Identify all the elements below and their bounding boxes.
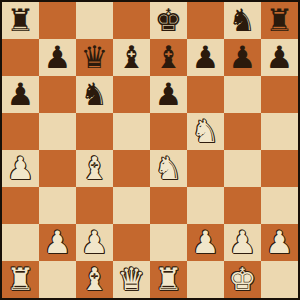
square-g1[interactable]: ♚ [224, 261, 261, 298]
black-knight: ♞ [81, 76, 109, 113]
square-c4[interactable]: ♝ [76, 150, 113, 187]
black-pawn: ♟ [192, 39, 220, 76]
black-queen: ♛ [81, 39, 109, 76]
square-h8[interactable]: ♜ [261, 2, 298, 39]
white-pawn: ♟ [81, 224, 109, 261]
black-knight: ♞ [229, 2, 257, 39]
square-c5[interactable] [76, 113, 113, 150]
square-d7[interactable]: ♝ [113, 39, 150, 76]
square-b2[interactable]: ♟ [39, 224, 76, 261]
white-queen: ♛ [118, 261, 146, 298]
white-pawn: ♟ [44, 224, 72, 261]
square-c2[interactable]: ♟ [76, 224, 113, 261]
square-d1[interactable]: ♛ [113, 261, 150, 298]
square-c8[interactable] [76, 2, 113, 39]
square-e2[interactable] [150, 224, 187, 261]
square-f8[interactable] [187, 2, 224, 39]
white-rook: ♜ [7, 261, 35, 298]
white-pawn: ♟ [229, 224, 257, 261]
square-c6[interactable]: ♞ [76, 76, 113, 113]
white-pawn: ♟ [7, 150, 35, 187]
square-f4[interactable] [187, 150, 224, 187]
square-h4[interactable] [261, 150, 298, 187]
white-pawn: ♟ [192, 224, 220, 261]
square-d5[interactable] [113, 113, 150, 150]
square-c1[interactable]: ♝ [76, 261, 113, 298]
black-rook: ♜ [266, 2, 294, 39]
square-b4[interactable] [39, 150, 76, 187]
square-b5[interactable] [39, 113, 76, 150]
square-a3[interactable] [2, 187, 39, 224]
square-g7[interactable]: ♟ [224, 39, 261, 76]
square-f5[interactable]: ♞ [187, 113, 224, 150]
black-pawn: ♟ [7, 76, 35, 113]
square-a7[interactable] [2, 39, 39, 76]
square-a4[interactable]: ♟ [2, 150, 39, 187]
white-bishop: ♝ [81, 150, 109, 187]
square-g8[interactable]: ♞ [224, 2, 261, 39]
square-e8[interactable]: ♚ [150, 2, 187, 39]
square-g2[interactable]: ♟ [224, 224, 261, 261]
square-h1[interactable] [261, 261, 298, 298]
square-a5[interactable] [2, 113, 39, 150]
black-bishop: ♝ [155, 39, 183, 76]
black-rook: ♜ [7, 2, 35, 39]
square-b1[interactable] [39, 261, 76, 298]
square-d4[interactable] [113, 150, 150, 187]
white-knight: ♞ [192, 113, 220, 150]
black-bishop: ♝ [118, 39, 146, 76]
square-f3[interactable] [187, 187, 224, 224]
square-a1[interactable]: ♜ [2, 261, 39, 298]
square-b6[interactable] [39, 76, 76, 113]
black-pawn: ♟ [266, 39, 294, 76]
square-a6[interactable]: ♟ [2, 76, 39, 113]
square-c3[interactable] [76, 187, 113, 224]
square-c7[interactable]: ♛ [76, 39, 113, 76]
square-b3[interactable] [39, 187, 76, 224]
square-e1[interactable]: ♜ [150, 261, 187, 298]
square-e6[interactable]: ♟ [150, 76, 187, 113]
square-h3[interactable] [261, 187, 298, 224]
square-e4[interactable]: ♞ [150, 150, 187, 187]
white-knight: ♞ [155, 150, 183, 187]
square-e3[interactable] [150, 187, 187, 224]
square-h2[interactable]: ♟ [261, 224, 298, 261]
square-g3[interactable] [224, 187, 261, 224]
square-f2[interactable]: ♟ [187, 224, 224, 261]
square-f7[interactable]: ♟ [187, 39, 224, 76]
square-a2[interactable] [2, 224, 39, 261]
black-pawn: ♟ [229, 39, 257, 76]
square-h5[interactable] [261, 113, 298, 150]
square-d8[interactable] [113, 2, 150, 39]
square-e7[interactable]: ♝ [150, 39, 187, 76]
white-bishop: ♝ [81, 261, 109, 298]
square-b7[interactable]: ♟ [39, 39, 76, 76]
white-pawn: ♟ [266, 224, 294, 261]
square-e5[interactable] [150, 113, 187, 150]
black-pawn: ♟ [44, 39, 72, 76]
square-f6[interactable] [187, 76, 224, 113]
square-a8[interactable]: ♜ [2, 2, 39, 39]
square-h6[interactable] [261, 76, 298, 113]
white-king: ♚ [229, 261, 257, 298]
square-g6[interactable] [224, 76, 261, 113]
black-pawn: ♟ [155, 76, 183, 113]
square-d6[interactable] [113, 76, 150, 113]
square-b8[interactable] [39, 2, 76, 39]
square-d3[interactable] [113, 187, 150, 224]
white-rook: ♜ [155, 261, 183, 298]
square-d2[interactable] [113, 224, 150, 261]
black-king: ♚ [155, 2, 183, 39]
chess-board: ♜♚♞♜♟♛♝♝♟♟♟♟♞♟♞♟♝♞♟♟♟♟♟♜♝♛♜♚ [0, 0, 300, 300]
square-g4[interactable] [224, 150, 261, 187]
square-h7[interactable]: ♟ [261, 39, 298, 76]
square-f1[interactable] [187, 261, 224, 298]
square-g5[interactable] [224, 113, 261, 150]
